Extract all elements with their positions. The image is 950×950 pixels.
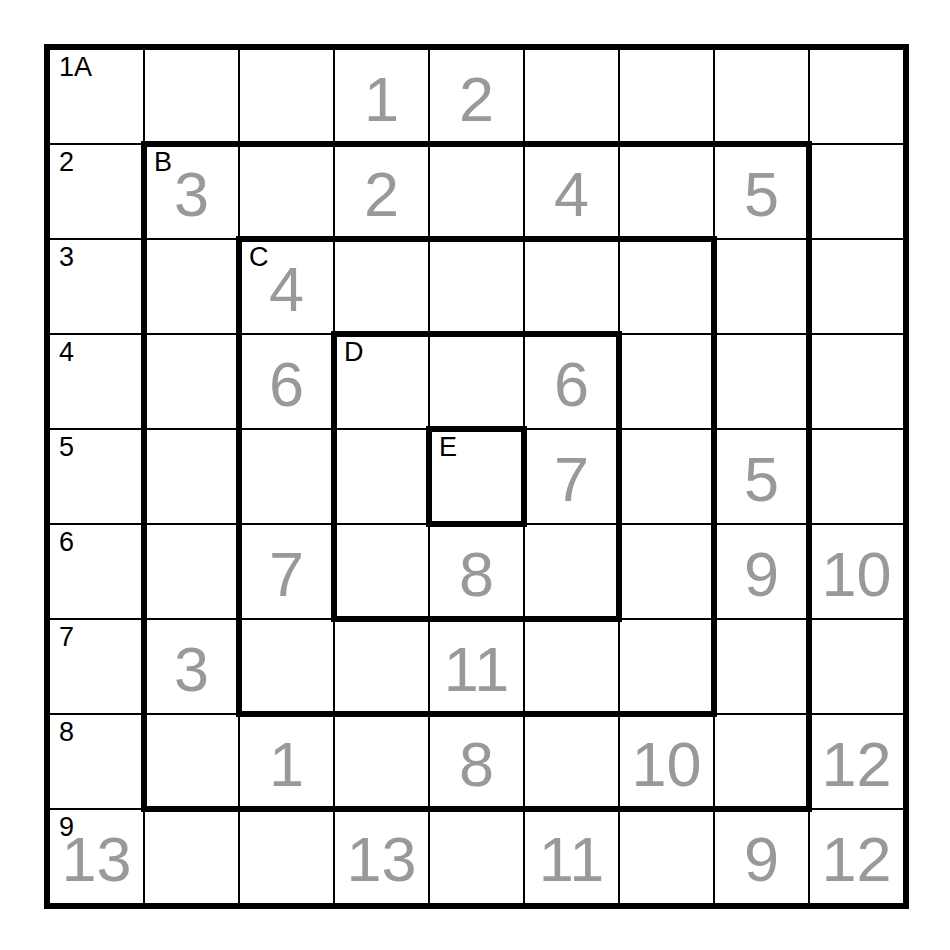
clue-number: 10 (821, 543, 891, 606)
cell-r4c8[interactable] (715, 335, 808, 428)
cell-r2c2[interactable]: B3 (145, 145, 238, 238)
cell-r9c8[interactable]: 9 (715, 810, 808, 903)
cell-r1c2[interactable] (145, 50, 238, 143)
cell-r5c7[interactable] (620, 430, 713, 523)
cell-r4c3[interactable]: 6 (240, 335, 333, 428)
cell-corner-labels: 2 (59, 148, 74, 178)
clue-number: 10 (631, 733, 701, 796)
cell-r7c7[interactable] (620, 620, 713, 713)
clue-number: 3 (174, 638, 209, 701)
cell-r8c1[interactable]: 8 (50, 715, 143, 808)
row-label: 7 (59, 622, 74, 652)
cell-r2c8[interactable]: 5 (715, 145, 808, 238)
cell-r5c6[interactable]: 7 (525, 430, 618, 523)
cell-r9c9[interactable]: 12 (810, 810, 903, 903)
cell-r9c2[interactable] (145, 810, 238, 903)
clue-number: 1 (364, 68, 399, 131)
cell-r8c9[interactable]: 12 (810, 715, 903, 808)
cell-r7c4[interactable] (335, 620, 428, 713)
region-label: E (439, 432, 457, 462)
cell-r6c7[interactable] (620, 525, 713, 618)
cell-corner-labels: 6 (59, 528, 74, 558)
cell-r6c2[interactable] (145, 525, 238, 618)
cell-r1c3[interactable] (240, 50, 333, 143)
cell-r6c9[interactable]: 10 (810, 525, 903, 618)
clue-number: 5 (744, 448, 779, 511)
cell-r5c1[interactable]: 5 (50, 430, 143, 523)
cell-r3c5[interactable] (430, 240, 523, 333)
cell-r7c5[interactable]: 11 (430, 620, 523, 713)
cell-r4c2[interactable] (145, 335, 238, 428)
cell-r5c9[interactable] (810, 430, 903, 523)
cell-r6c3[interactable]: 7 (240, 525, 333, 618)
cell-r3c1[interactable]: 3 (50, 240, 143, 333)
clue-number: 11 (539, 828, 604, 891)
clue-number: 3 (174, 163, 209, 226)
clue-number: 8 (459, 733, 494, 796)
cell-r3c8[interactable] (715, 240, 808, 333)
cell-r4c6[interactable]: 6 (525, 335, 618, 428)
cell-r9c3[interactable] (240, 810, 333, 903)
clue-number: 4 (269, 258, 304, 321)
cell-r3c3[interactable]: C4 (240, 240, 333, 333)
cell-corner-labels: 3 (59, 243, 74, 273)
row-label: 6 (59, 527, 74, 557)
cell-corner-labels: C (249, 243, 269, 273)
clue-number: 9 (744, 828, 779, 891)
cell-r6c5[interactable]: 8 (430, 525, 523, 618)
cell-corner-labels: B (154, 148, 172, 178)
row-label: 3 (59, 242, 74, 272)
cell-corner-labels: 5 (59, 433, 74, 463)
cell-r2c6[interactable]: 4 (525, 145, 618, 238)
cell-r7c3[interactable] (240, 620, 333, 713)
cell-r1c8[interactable] (715, 50, 808, 143)
row-label: 8 (59, 717, 74, 747)
cell-r8c2[interactable] (145, 715, 238, 808)
cell-r2c5[interactable] (430, 145, 523, 238)
cell-r5c8[interactable]: 5 (715, 430, 808, 523)
cell-corner-labels: 7 (59, 623, 74, 653)
cell-r1c7[interactable] (620, 50, 713, 143)
clue-number: 13 (61, 828, 131, 891)
cell-r8c4[interactable] (335, 715, 428, 808)
cell-r7c2[interactable]: 3 (145, 620, 238, 713)
cell-r2c4[interactable]: 2 (335, 145, 428, 238)
clue-number: 12 (821, 733, 891, 796)
clue-number: 13 (346, 828, 416, 891)
cell-r8c7[interactable]: 10 (620, 715, 713, 808)
clue-number: 6 (554, 353, 589, 416)
cell-r4c9[interactable] (810, 335, 903, 428)
clue-number: 5 (744, 163, 779, 226)
cell-r8c3[interactable]: 1 (240, 715, 333, 808)
cell-r1c6[interactable] (525, 50, 618, 143)
cell-r3c9[interactable] (810, 240, 903, 333)
cell-r2c1[interactable]: 2 (50, 145, 143, 238)
clue-number: 8 (459, 543, 494, 606)
cell-r1c9[interactable] (810, 50, 903, 143)
cell-r8c8[interactable] (715, 715, 808, 808)
cell-r6c8[interactable]: 9 (715, 525, 808, 618)
cell-r6c4[interactable] (335, 525, 428, 618)
cell-r5c5[interactable]: E (430, 430, 523, 523)
cell-r3c6[interactable] (525, 240, 618, 333)
cell-r3c7[interactable] (620, 240, 713, 333)
cell-r5c2[interactable] (145, 430, 238, 523)
clue-number: 2 (459, 68, 494, 131)
region-label: A (74, 52, 92, 82)
cell-corner-labels: E (439, 433, 457, 463)
cell-r9c4[interactable]: 13 (335, 810, 428, 903)
region-label: D (344, 337, 364, 367)
cell-r9c5[interactable] (430, 810, 523, 903)
row-label: 5 (59, 432, 74, 462)
cell-r2c9[interactable] (810, 145, 903, 238)
cell-r1c4[interactable]: 1 (335, 50, 428, 143)
cell-r4c4[interactable]: D (335, 335, 428, 428)
cell-corner-labels: 1A (59, 53, 92, 83)
clue-number: 4 (554, 163, 589, 226)
cell-r8c6[interactable] (525, 715, 618, 808)
cell-corner-labels: 4 (59, 338, 74, 368)
cell-r3c4[interactable] (335, 240, 428, 333)
cell-r8c5[interactable]: 8 (430, 715, 523, 808)
cell-r6c6[interactable] (525, 525, 618, 618)
cell-r7c1[interactable]: 7 (50, 620, 143, 713)
cell-r1c1[interactable]: 1A (50, 50, 143, 143)
row-label: 4 (59, 337, 74, 367)
cell-r5c4[interactable] (335, 430, 428, 523)
cell-r4c5[interactable] (430, 335, 523, 428)
cell-corner-labels: 8 (59, 718, 74, 748)
cell-corner-labels: D (344, 338, 364, 368)
cell-r9c1[interactable]: 913 (50, 810, 143, 903)
cell-r7c9[interactable] (810, 620, 903, 713)
cell-r4c7[interactable] (620, 335, 713, 428)
puzzle-board: 1A122B32453C446D65E756789107311818101291… (44, 44, 909, 909)
clue-number: 11 (444, 638, 509, 701)
row-label: 2 (59, 147, 74, 177)
clue-number: 7 (554, 448, 589, 511)
clue-number: 1 (269, 733, 304, 796)
cell-r2c3[interactable] (240, 145, 333, 238)
clue-number: 7 (269, 543, 304, 606)
puzzle-grid: 1A122B32453C446D65E756789107311818101291… (44, 44, 909, 909)
cell-r2c7[interactable] (620, 145, 713, 238)
cell-r3c2[interactable] (145, 240, 238, 333)
region-label: C (249, 242, 269, 272)
cell-r5c3[interactable] (240, 430, 333, 523)
clue-number: 12 (821, 828, 891, 891)
cell-r4c1[interactable]: 4 (50, 335, 143, 428)
clue-number: 6 (269, 353, 304, 416)
clue-number: 9 (744, 543, 779, 606)
cell-r7c6[interactable] (525, 620, 618, 713)
cell-r7c8[interactable] (715, 620, 808, 713)
cell-r9c7[interactable] (620, 810, 713, 903)
cell-r9c6[interactable]: 11 (525, 810, 618, 903)
clue-number: 2 (364, 163, 399, 226)
cell-r6c1[interactable]: 6 (50, 525, 143, 618)
cell-r1c5[interactable]: 2 (430, 50, 523, 143)
row-label: 1 (59, 52, 74, 82)
region-label: B (154, 147, 172, 177)
